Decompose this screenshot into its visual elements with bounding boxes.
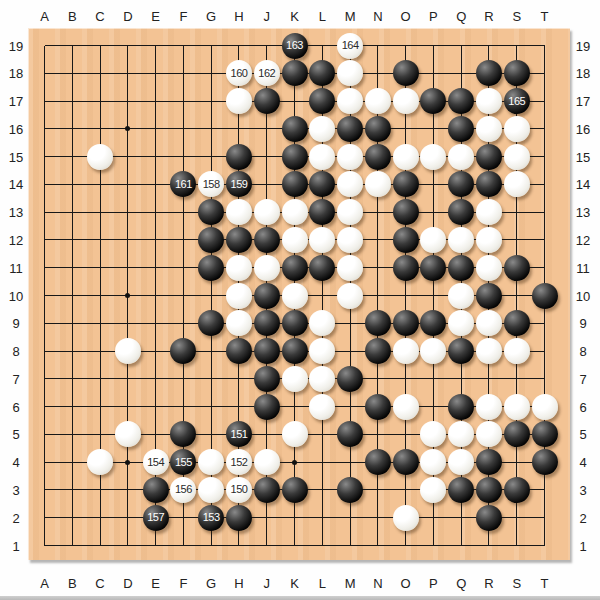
stone-black-H5[interactable]: 151 [226,421,252,447]
stone-white-S15[interactable] [504,144,530,170]
stone-white-L16[interactable] [309,116,335,142]
stone-black-Q6[interactable] [448,394,474,420]
stone-black-R2[interactable] [476,505,502,531]
stone-white-P5[interactable] [420,421,446,447]
coordinate-label: K [290,576,299,591]
stone-black-J9[interactable] [254,310,280,336]
coordinate-label: 7 [579,371,586,386]
coordinate-label: 6 [579,399,586,414]
coordinate-label: O [401,9,411,24]
stone-white-P3[interactable] [420,477,446,503]
coordinate-label: N [373,9,382,24]
coordinate-label: D [123,576,132,591]
stone-black-J6[interactable] [254,394,280,420]
stone-white-R9[interactable] [476,310,502,336]
stone-white-H10[interactable] [226,283,252,309]
stone-white-C4[interactable] [87,449,113,475]
stone-black-E3[interactable] [143,477,169,503]
stone-white-E4[interactable]: 154 [143,449,169,475]
stone-white-S8[interactable] [504,338,530,364]
coordinate-label: 16 [9,121,23,136]
stone-black-M5[interactable] [337,421,363,447]
stone-white-S14[interactable] [504,171,530,197]
stone-white-K7[interactable] [282,366,308,392]
stone-black-G9[interactable] [198,310,224,336]
move-number: 164 [342,40,359,51]
grid-line [45,517,545,518]
stone-black-Q3[interactable] [448,477,474,503]
coordinate-label: 11 [9,260,23,275]
stone-black-T4[interactable] [532,449,558,475]
stone-black-L18[interactable] [309,60,335,86]
stone-white-R13[interactable] [476,199,502,225]
stone-white-K13[interactable] [282,199,308,225]
stone-white-Q10[interactable] [448,283,474,309]
stone-black-K14[interactable] [282,171,308,197]
coordinate-label: Q [456,9,466,24]
coordinate-label: R [484,9,493,24]
stone-black-H15[interactable] [226,144,252,170]
stone-white-N17[interactable] [365,88,391,114]
coordinate-label: 15 [576,149,590,164]
coordinate-label: 19 [9,38,23,53]
stone-black-N8[interactable] [365,338,391,364]
stone-black-R3[interactable] [476,477,502,503]
stone-white-M10[interactable] [337,283,363,309]
coordinate-label: 13 [576,205,590,220]
coordinate-label: 8 [12,344,19,359]
stone-white-J11[interactable] [254,255,280,281]
stone-black-N15[interactable] [365,144,391,170]
coordinate-label: C [95,576,104,591]
stone-white-M14[interactable] [337,171,363,197]
stone-black-P17[interactable] [420,88,446,114]
stone-white-K10[interactable] [282,283,308,309]
coordinate-label: B [68,576,77,591]
coordinate-label: O [401,576,411,591]
stone-black-S17[interactable]: 165 [504,88,530,114]
stone-black-J10[interactable] [254,283,280,309]
move-number: 151 [231,429,248,440]
coordinate-label: M [345,576,356,591]
coordinate-label: 15 [9,149,23,164]
coordinate-label: 2 [12,510,19,525]
coordinate-label: T [541,9,549,24]
stone-black-J3[interactable] [254,477,280,503]
stone-white-R17[interactable] [476,88,502,114]
stone-black-T5[interactable] [532,421,558,447]
stone-black-Q16[interactable] [448,116,474,142]
stone-white-R5[interactable] [476,421,502,447]
stone-white-O8[interactable] [393,338,419,364]
stone-white-O17[interactable] [393,88,419,114]
stone-black-K19[interactable]: 163 [282,33,308,59]
stone-black-G13[interactable] [198,199,224,225]
star-point [125,126,130,131]
stone-black-S11[interactable] [504,255,530,281]
stone-black-K8[interactable] [282,338,308,364]
coordinate-label: 12 [576,232,590,247]
stone-white-K5[interactable] [282,421,308,447]
coordinate-label: D [123,9,132,24]
stone-white-L7[interactable] [309,366,335,392]
stone-white-L8[interactable] [309,338,335,364]
stone-white-Q5[interactable] [448,421,474,447]
coordinate-label: 11 [576,260,590,275]
stone-white-L15[interactable] [309,144,335,170]
stone-white-S6[interactable] [504,394,530,420]
coordinate-label: P [429,576,438,591]
stone-black-G12[interactable] [198,227,224,253]
stone-black-G11[interactable] [198,255,224,281]
stone-white-K12[interactable] [282,227,308,253]
stone-black-M7[interactable] [337,366,363,392]
move-number: 150 [231,484,248,495]
stone-white-H4[interactable]: 152 [226,449,252,475]
stone-white-M18[interactable] [337,60,363,86]
stone-white-R6[interactable] [476,394,502,420]
stone-black-J8[interactable] [254,338,280,364]
coordinate-label: 1 [579,538,586,553]
move-number: 161 [175,179,192,190]
stone-white-M17[interactable] [337,88,363,114]
stone-black-H12[interactable] [226,227,252,253]
go-board-viewer: 1631641601621651611581591511541551521561… [0,0,600,600]
go-board[interactable]: 1631641601621651611581591511541551521561… [28,28,570,560]
stone-white-H13[interactable] [226,199,252,225]
coordinate-label: J [263,9,270,24]
move-number: 158 [203,179,220,190]
coordinate-label: G [206,9,216,24]
stone-white-O6[interactable] [393,394,419,420]
stone-white-H18[interactable]: 160 [226,60,252,86]
stone-black-R14[interactable] [476,171,502,197]
stone-black-F14[interactable]: 161 [170,171,196,197]
stone-black-N16[interactable] [365,116,391,142]
stone-black-O4[interactable] [393,449,419,475]
move-number: 163 [286,40,303,51]
coordinate-label: 14 [9,177,23,192]
coordinate-label: C [95,9,104,24]
stone-black-K3[interactable] [282,477,308,503]
stone-black-S18[interactable] [504,60,530,86]
stone-white-M15[interactable] [337,144,363,170]
coordinate-label: H [234,9,243,24]
stone-black-N4[interactable] [365,449,391,475]
coordinate-label: T [541,576,549,591]
stone-black-O11[interactable] [393,255,419,281]
stone-black-H2[interactable] [226,505,252,531]
stone-black-K18[interactable] [282,60,308,86]
stone-black-J7[interactable] [254,366,280,392]
stone-white-N14[interactable] [365,171,391,197]
coordinate-label: A [40,9,49,24]
coordinate-label: N [373,576,382,591]
stone-white-P4[interactable] [420,449,446,475]
coordinate-label: 14 [576,177,590,192]
stone-white-Q9[interactable] [448,310,474,336]
stone-white-L6[interactable] [309,394,335,420]
coordinate-label: 10 [9,288,23,303]
stone-black-O18[interactable] [393,60,419,86]
coordinate-label: 18 [9,66,23,81]
star-point [292,460,297,465]
stone-white-O2[interactable] [393,505,419,531]
coordinate-label: 3 [579,482,586,497]
stone-white-Q4[interactable] [448,449,474,475]
stone-white-M12[interactable] [337,227,363,253]
stone-black-K11[interactable] [282,255,308,281]
coordinate-label: E [151,9,160,24]
stone-black-S5[interactable] [504,421,530,447]
stone-white-G3[interactable] [198,477,224,503]
coordinate-label: E [151,576,160,591]
coordinate-label: 7 [12,371,19,386]
stone-black-K15[interactable] [282,144,308,170]
coordinate-label: 5 [579,427,586,442]
coordinate-label: 3 [12,482,19,497]
move-number: 159 [231,179,248,190]
coordinate-label: 5 [12,427,19,442]
stone-white-R11[interactable] [476,255,502,281]
stone-black-S3[interactable] [504,477,530,503]
stone-black-P9[interactable] [420,310,446,336]
coordinate-label: 9 [12,316,19,331]
move-number: 157 [147,512,164,523]
coordinate-label: 6 [12,399,19,414]
stone-black-L17[interactable] [309,88,335,114]
stone-white-L12[interactable] [309,227,335,253]
stone-black-L14[interactable] [309,171,335,197]
coordinate-label: 9 [579,316,586,331]
stone-white-F3[interactable]: 156 [170,477,196,503]
coordinate-label: 18 [576,66,590,81]
coordinate-label: 8 [579,344,586,359]
stone-white-D8[interactable] [115,338,141,364]
stone-white-J13[interactable] [254,199,280,225]
stone-white-P15[interactable] [420,144,446,170]
move-number: 156 [175,484,192,495]
stone-white-H3[interactable]: 150 [226,477,252,503]
stone-white-R8[interactable] [476,338,502,364]
stone-white-M11[interactable] [337,255,363,281]
coordinate-label: F [179,576,187,591]
stone-black-R10[interactable] [476,283,502,309]
coordinate-label: K [290,9,299,24]
move-number: 152 [231,457,248,468]
coordinate-label: H [234,576,243,591]
stone-white-P12[interactable] [420,227,446,253]
star-point [125,293,130,298]
stone-black-Q8[interactable] [448,338,474,364]
stone-white-T6[interactable] [532,394,558,420]
coordinate-label: 19 [576,38,590,53]
stone-black-J12[interactable] [254,227,280,253]
coordinate-label: Q [456,576,466,591]
stone-black-L11[interactable] [309,255,335,281]
coordinate-label: 2 [579,510,586,525]
coordinate-label: 17 [9,94,23,109]
stone-white-L9[interactable] [309,310,335,336]
stone-white-R16[interactable] [476,116,502,142]
stone-black-N9[interactable] [365,310,391,336]
stone-black-Q13[interactable] [448,199,474,225]
grid-line [45,545,545,546]
stone-white-H11[interactable] [226,255,252,281]
coordinate-label: B [68,9,77,24]
move-number: 153 [203,512,220,523]
coordinate-label: 4 [579,455,586,470]
stone-white-G14[interactable]: 158 [198,171,224,197]
stone-black-O14[interactable] [393,171,419,197]
stone-white-S16[interactable] [504,116,530,142]
stone-white-Q15[interactable] [448,144,474,170]
stone-black-P11[interactable] [420,255,446,281]
stone-black-F8[interactable] [170,338,196,364]
stone-black-M3[interactable] [337,477,363,503]
stone-black-K9[interactable] [282,310,308,336]
stone-white-R12[interactable] [476,227,502,253]
coordinate-label: A [40,576,49,591]
stone-black-R4[interactable] [476,449,502,475]
stone-white-O15[interactable] [393,144,419,170]
stone-black-O13[interactable] [393,199,419,225]
move-number: 154 [147,457,164,468]
stone-white-H17[interactable] [226,88,252,114]
move-number: 165 [508,96,525,107]
stone-black-S9[interactable] [504,310,530,336]
coordinate-label: M [345,9,356,24]
move-number: 162 [258,68,275,79]
window-bottom-edge [0,596,600,600]
coordinate-label: J [263,576,270,591]
stone-black-O9[interactable] [393,310,419,336]
coordinate-label: G [206,576,216,591]
stone-black-E2[interactable]: 157 [143,505,169,531]
stone-white-J18[interactable]: 162 [254,60,280,86]
stone-white-P8[interactable] [420,338,446,364]
stone-black-O12[interactable] [393,227,419,253]
stone-black-T10[interactable] [532,283,558,309]
coordinate-label: R [484,576,493,591]
stone-white-J4[interactable] [254,449,280,475]
coordinate-label: S [512,576,521,591]
coordinate-label: 1 [12,538,19,553]
coordinate-label: 17 [576,94,590,109]
stone-black-G2[interactable]: 153 [198,505,224,531]
stone-black-F4[interactable]: 155 [170,449,196,475]
stone-black-H14[interactable]: 159 [226,171,252,197]
stone-black-Q11[interactable] [448,255,474,281]
star-point [125,460,130,465]
stone-black-F5[interactable] [170,421,196,447]
coordinate-label: 13 [9,205,23,220]
stone-black-L13[interactable] [309,199,335,225]
stone-white-H9[interactable] [226,310,252,336]
coordinate-label: L [319,576,326,591]
stone-white-C15[interactable] [87,144,113,170]
coordinate-label: L [319,9,326,24]
stone-black-Q14[interactable] [448,171,474,197]
coordinate-label: 12 [9,232,23,247]
stone-white-D5[interactable] [115,421,141,447]
stone-black-K16[interactable] [282,116,308,142]
coordinate-label: 4 [12,455,19,470]
stone-black-R15[interactable] [476,144,502,170]
stone-white-M19[interactable]: 164 [337,33,363,59]
move-number: 155 [175,457,192,468]
stone-black-N6[interactable] [365,394,391,420]
coordinate-label: P [429,9,438,24]
stone-black-R18[interactable] [476,60,502,86]
stone-white-G4[interactable] [198,449,224,475]
stone-black-H8[interactable] [226,338,252,364]
stone-black-Q17[interactable] [448,88,474,114]
coordinate-label: 16 [576,121,590,136]
coordinate-label: F [179,9,187,24]
stone-white-Q12[interactable] [448,227,474,253]
move-number: 160 [231,68,248,79]
coordinate-label: S [512,9,521,24]
stone-black-J17[interactable] [254,88,280,114]
stone-white-M13[interactable] [337,199,363,225]
stone-black-M16[interactable] [337,116,363,142]
coordinate-label: 10 [576,288,590,303]
